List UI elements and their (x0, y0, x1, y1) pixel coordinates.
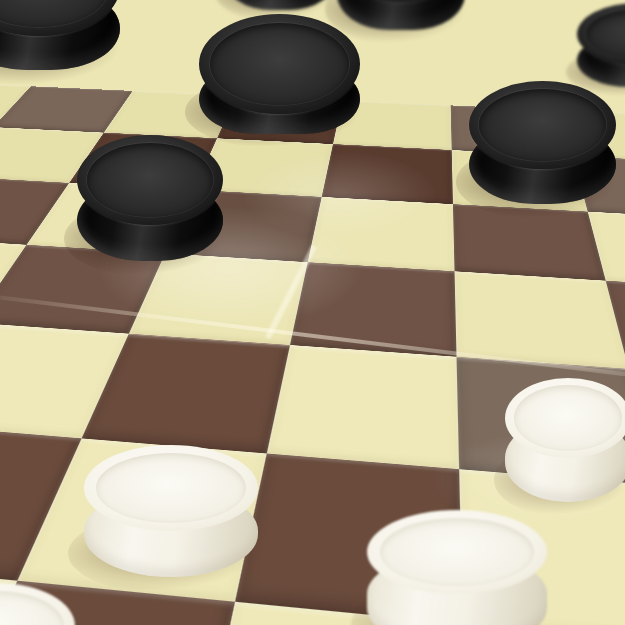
black-checker-glyph: ⛂ (577, 3, 625, 14)
white-checker-top-ring (514, 385, 622, 451)
black-checker-top-ring (586, 9, 625, 60)
black-checker-b2[interactable]: ⛂ (199, 14, 360, 134)
white-checker-top: ⛀ (84, 445, 258, 531)
white-checker-top: ⛀ (367, 510, 547, 594)
pieces-layer: ⛂⛂⛂⛂⛂⛂⛂⛀⛀⛀⛀ (0, 0, 625, 625)
white-checker-w3[interactable]: ⛀ (367, 510, 547, 625)
white-checker-top: ⛀ (0, 583, 75, 625)
black-checker-side (224, 0, 336, 10)
white-checker-glyph: ⛀ (84, 445, 258, 456)
white-checker-w2[interactable]: ⛀ (505, 378, 625, 502)
black-checker-top-ring (210, 23, 348, 105)
black-checker-b6[interactable]: ⛂ (469, 81, 616, 204)
black-checker-top-ring (87, 143, 213, 217)
white-checker-top-ring (0, 591, 64, 625)
black-checker-glyph: ⛂ (77, 135, 223, 146)
black-checker-b1[interactable]: ⛂ (0, 0, 120, 70)
checkers-board-photo: ⛂⛂⛂⛂⛂⛂⛂⛀⛀⛀⛀ (0, 0, 625, 625)
white-checker-top: ⛀ (505, 378, 625, 458)
white-checker-w4[interactable]: ⛀ (0, 583, 75, 625)
black-checker-glyph: ⛂ (469, 81, 616, 92)
white-checker-glyph: ⛀ (0, 583, 75, 594)
white-checker-glyph: ⛀ (505, 378, 625, 389)
black-checker-b5[interactable]: ⛂ (577, 3, 625, 87)
black-checker-glyph: ⛂ (199, 14, 360, 25)
white-checker-glyph: ⛀ (367, 510, 547, 521)
black-checker-b3[interactable]: ⛂ (224, 0, 336, 10)
black-checker-top-ring (479, 89, 605, 161)
white-checker-top-ring (96, 453, 246, 524)
black-checker-top-ring (0, 0, 109, 27)
black-checker-top: ⛂ (77, 135, 223, 225)
white-checker-w1[interactable]: ⛀ (84, 445, 258, 577)
white-checker-top-ring (380, 518, 535, 587)
black-checker-top: ⛂ (199, 14, 360, 114)
black-checker-top: ⛂ (469, 81, 616, 169)
black-checker-b7[interactable]: ⛂ (77, 135, 223, 261)
